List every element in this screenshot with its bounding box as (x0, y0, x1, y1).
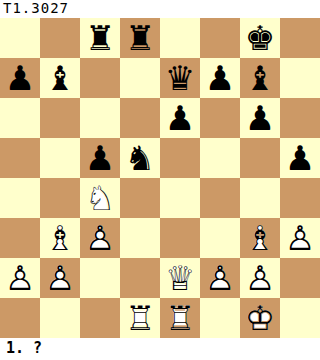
square-d7[interactable] (120, 58, 160, 98)
square-g8[interactable]: ♚ (240, 18, 280, 58)
square-h1[interactable] (280, 298, 320, 338)
square-g3[interactable]: ♝♗ (240, 218, 280, 258)
piece-white-pawn[interactable]: ♟♙ (80, 218, 120, 258)
piece-white-pawn[interactable]: ♟♙ (40, 258, 80, 298)
piece-outline: ♙ (80, 218, 120, 258)
piece-black-pawn[interactable]: ♟ (80, 138, 120, 178)
piece-white-rook[interactable]: ♜♖ (160, 298, 200, 338)
square-e1[interactable]: ♜♖ (160, 298, 200, 338)
piece-outline: ♙ (240, 258, 280, 298)
piece-black-pawn[interactable]: ♟ (0, 58, 40, 98)
square-h2[interactable] (280, 258, 320, 298)
piece-black-rook[interactable]: ♜ (80, 18, 120, 58)
square-c6[interactable] (80, 98, 120, 138)
square-a6[interactable] (0, 98, 40, 138)
square-d4[interactable] (120, 178, 160, 218)
square-c1[interactable] (80, 298, 120, 338)
square-b7[interactable]: ♝ (40, 58, 80, 98)
piece-white-knight[interactable]: ♞♘ (80, 178, 120, 218)
square-f7[interactable]: ♟ (200, 58, 240, 98)
piece-black-rook[interactable]: ♜ (120, 18, 160, 58)
piece-outline: ♙ (280, 218, 320, 258)
square-b6[interactable] (40, 98, 80, 138)
square-e4[interactable] (160, 178, 200, 218)
piece-white-bishop[interactable]: ♝♗ (240, 218, 280, 258)
square-e8[interactable] (160, 18, 200, 58)
square-e7[interactable]: ♛ (160, 58, 200, 98)
piece-black-king[interactable]: ♚ (240, 18, 280, 58)
piece-white-rook[interactable]: ♜♖ (120, 298, 160, 338)
square-b8[interactable] (40, 18, 80, 58)
square-e5[interactable] (160, 138, 200, 178)
piece-outline: ♔ (240, 298, 280, 338)
square-g1[interactable]: ♚♔ (240, 298, 280, 338)
square-c2[interactable] (80, 258, 120, 298)
chess-puzzle-window: T1.3027 ♜♜♚♟♝♛♟♝♟♟♟♞♟♞♘♝♗♟♙♝♗♟♙♟♙♟♙♛♕♟♙♟… (0, 0, 320, 360)
square-c8[interactable]: ♜ (80, 18, 120, 58)
square-b3[interactable]: ♝♗ (40, 218, 80, 258)
square-a3[interactable] (0, 218, 40, 258)
piece-white-pawn[interactable]: ♟♙ (280, 218, 320, 258)
piece-white-bishop[interactable]: ♝♗ (40, 218, 80, 258)
square-a8[interactable] (0, 18, 40, 58)
square-a2[interactable]: ♟♙ (0, 258, 40, 298)
square-h4[interactable] (280, 178, 320, 218)
square-g2[interactable]: ♟♙ (240, 258, 280, 298)
chess-board: ♜♜♚♟♝♛♟♝♟♟♟♞♟♞♘♝♗♟♙♝♗♟♙♟♙♟♙♛♕♟♙♟♙♜♖♜♖♚♔ (0, 18, 320, 338)
square-h3[interactable]: ♟♙ (280, 218, 320, 258)
square-a4[interactable] (0, 178, 40, 218)
piece-black-pawn[interactable]: ♟ (280, 138, 320, 178)
square-a1[interactable] (0, 298, 40, 338)
square-a7[interactable]: ♟ (0, 58, 40, 98)
piece-black-bishop[interactable]: ♝ (40, 58, 80, 98)
square-e2[interactable]: ♛♕ (160, 258, 200, 298)
square-h6[interactable] (280, 98, 320, 138)
square-g7[interactable]: ♝ (240, 58, 280, 98)
puzzle-id-label: T1.3027 (0, 0, 320, 18)
square-g5[interactable] (240, 138, 280, 178)
square-f8[interactable] (200, 18, 240, 58)
square-f3[interactable] (200, 218, 240, 258)
square-d6[interactable] (120, 98, 160, 138)
piece-outline: ♙ (40, 258, 80, 298)
square-e6[interactable]: ♟ (160, 98, 200, 138)
square-b1[interactable] (40, 298, 80, 338)
piece-outline: ♘ (80, 178, 120, 218)
square-d5[interactable]: ♞ (120, 138, 160, 178)
square-h5[interactable]: ♟ (280, 138, 320, 178)
piece-outline: ♖ (120, 298, 160, 338)
piece-outline: ♕ (160, 258, 200, 298)
square-b5[interactable] (40, 138, 80, 178)
square-g6[interactable]: ♟ (240, 98, 280, 138)
square-h8[interactable] (280, 18, 320, 58)
square-d8[interactable]: ♜ (120, 18, 160, 58)
move-prompt-label: 1. ? (0, 338, 320, 360)
square-f2[interactable]: ♟♙ (200, 258, 240, 298)
square-e3[interactable] (160, 218, 200, 258)
piece-outline: ♙ (0, 258, 40, 298)
piece-white-queen[interactable]: ♛♕ (160, 258, 200, 298)
piece-white-pawn[interactable]: ♟♙ (240, 258, 280, 298)
piece-black-pawn[interactable]: ♟ (240, 98, 280, 138)
piece-black-knight[interactable]: ♞ (120, 138, 160, 178)
square-f1[interactable] (200, 298, 240, 338)
piece-outline: ♙ (200, 258, 240, 298)
square-a5[interactable] (0, 138, 40, 178)
piece-outline: ♗ (240, 218, 280, 258)
piece-black-queen[interactable]: ♛ (160, 58, 200, 98)
piece-white-pawn[interactable]: ♟♙ (0, 258, 40, 298)
square-h7[interactable] (280, 58, 320, 98)
square-c3[interactable]: ♟♙ (80, 218, 120, 258)
square-f6[interactable] (200, 98, 240, 138)
piece-white-pawn[interactable]: ♟♙ (200, 258, 240, 298)
piece-white-king[interactable]: ♚♔ (240, 298, 280, 338)
square-b4[interactable] (40, 178, 80, 218)
square-b2[interactable]: ♟♙ (40, 258, 80, 298)
piece-outline: ♗ (40, 218, 80, 258)
square-c4[interactable]: ♞♘ (80, 178, 120, 218)
square-f4[interactable] (200, 178, 240, 218)
piece-outline: ♖ (160, 298, 200, 338)
square-c5[interactable]: ♟ (80, 138, 120, 178)
square-g4[interactable] (240, 178, 280, 218)
piece-black-pawn[interactable]: ♟ (200, 58, 240, 98)
square-d3[interactable] (120, 218, 160, 258)
square-c7[interactable] (80, 58, 120, 98)
square-f5[interactable] (200, 138, 240, 178)
piece-black-bishop[interactable]: ♝ (240, 58, 280, 98)
piece-black-pawn[interactable]: ♟ (160, 98, 200, 138)
square-d2[interactable] (120, 258, 160, 298)
square-d1[interactable]: ♜♖ (120, 298, 160, 338)
